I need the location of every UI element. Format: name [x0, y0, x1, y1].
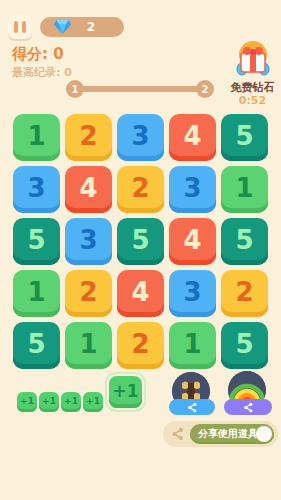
tile-r4c2[interactable]: 2 — [65, 270, 112, 317]
small-plus-one-2[interactable]: +1 — [39, 392, 59, 412]
tile-r2c2[interactable]: 4 — [65, 166, 112, 213]
diamond-icon — [53, 19, 72, 35]
tile-r5c4[interactable]: 1 — [169, 322, 216, 369]
best-label: 最高纪录: — [12, 66, 60, 79]
share-icon — [243, 402, 254, 413]
tile-r1c1[interactable]: 1 — [13, 114, 60, 161]
tile-r5c1[interactable]: 5 — [13, 322, 60, 369]
gift-icon — [233, 40, 273, 78]
share-to-use-props-button[interactable]: 分享使用道具 — [163, 421, 278, 447]
small-plus-one-3[interactable]: +1 — [61, 392, 81, 412]
best-line: 最高纪录: 0 — [12, 65, 72, 80]
tile-r2c1[interactable]: 3 — [13, 166, 60, 213]
progress-node-1: 1 — [66, 80, 84, 98]
tile-r4c3[interactable]: 4 — [117, 270, 164, 317]
tile-r5c2[interactable]: 1 — [65, 322, 112, 369]
pause-icon — [14, 21, 18, 33]
diamond-counter[interactable]: 2 — [40, 17, 124, 37]
tile-r5c3[interactable]: 2 — [117, 322, 164, 369]
big-plus-one-button[interactable]: +1 — [105, 372, 146, 412]
share-icon — [171, 427, 185, 441]
tile-r1c3[interactable]: 3 — [117, 114, 164, 161]
tile-r2c4[interactable]: 3 — [169, 166, 216, 213]
level-progress: 1 2 — [66, 80, 214, 98]
tile-r4c5[interactable]: 2 — [221, 270, 268, 317]
small-plus-one-1[interactable]: +1 — [17, 392, 37, 412]
progress-track — [74, 86, 206, 92]
score-label: 得分: — [12, 45, 48, 63]
diamond-count: 2 — [72, 20, 110, 34]
tile-r3c2[interactable]: 3 — [65, 218, 112, 265]
tile-r4c4[interactable]: 3 — [169, 270, 216, 317]
progress-node-2: 2 — [196, 80, 214, 98]
share-rainbow-pill[interactable] — [224, 399, 272, 415]
pause-icon — [22, 21, 26, 33]
free-diamond-button[interactable]: 免费钻石 0:52 — [224, 40, 281, 107]
tile-r2c3[interactable]: 2 — [117, 166, 164, 213]
score-value: 0 — [53, 45, 63, 63]
share-props-pill[interactable]: 分享使用道具 — [190, 424, 274, 444]
pause-button[interactable] — [8, 15, 32, 39]
toggle-knob[interactable] — [256, 426, 272, 442]
game-screen: 2 得分: 0 最高纪录: 0 1 2 免费钻石 0:52 1234534231… — [0, 0, 281, 500]
free-diamond-timer: 0:52 — [224, 94, 281, 107]
big-plus-one-label: +1 — [109, 376, 142, 408]
tile-r3c3[interactable]: 5 — [117, 218, 164, 265]
tile-r3c1[interactable]: 5 — [13, 218, 60, 265]
tile-r3c5[interactable]: 5 — [221, 218, 268, 265]
share-props-label: 分享使用道具 — [198, 427, 258, 441]
best-value: 0 — [64, 66, 72, 79]
score-line: 得分: 0 — [12, 45, 64, 64]
tile-r1c4[interactable]: 4 — [169, 114, 216, 161]
share-icon — [187, 402, 198, 413]
board-grid: 1234534231535451243251215 — [13, 114, 268, 369]
tile-r3c4[interactable]: 4 — [169, 218, 216, 265]
small-plus-one-4[interactable]: +1 — [83, 392, 103, 412]
tile-r1c5[interactable]: 5 — [221, 114, 268, 161]
tile-r5c5[interactable]: 5 — [221, 322, 268, 369]
tile-r4c1[interactable]: 1 — [13, 270, 60, 317]
free-diamond-label: 免费钻石 — [224, 82, 281, 94]
tile-r1c2[interactable]: 2 — [65, 114, 112, 161]
tile-r2c5[interactable]: 1 — [221, 166, 268, 213]
share-app-pill[interactable] — [169, 399, 215, 415]
